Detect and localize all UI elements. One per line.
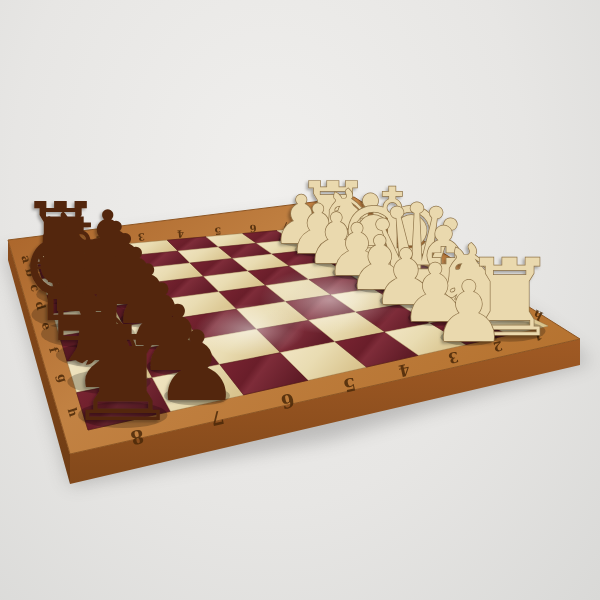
rank-label-far-4: 4 [177,228,185,240]
chess-render-scene: abcdefgh8765432112345678abcdefgh ♜♟♞♟♝♟♟… [0,0,600,600]
rank-label-far-6: 6 [249,223,257,235]
rank-label-far-5: 5 [214,225,222,237]
piece-white-pawn-h2: ♟ [431,263,506,361]
piece-black-rook-h8: ♜ [64,298,182,451]
chessboard-3d-view: abcdefgh8765432112345678abcdefgh ♜♟♞♟♝♟♟… [0,0,600,600]
